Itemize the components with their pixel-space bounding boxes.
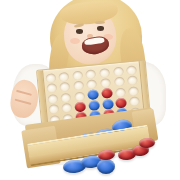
front-disc-layer <box>0 0 180 180</box>
red-disc-loose <box>139 137 156 149</box>
product-photo <box>0 0 180 180</box>
red-disc-loose <box>97 149 115 161</box>
blue-disc-loose <box>97 159 115 174</box>
